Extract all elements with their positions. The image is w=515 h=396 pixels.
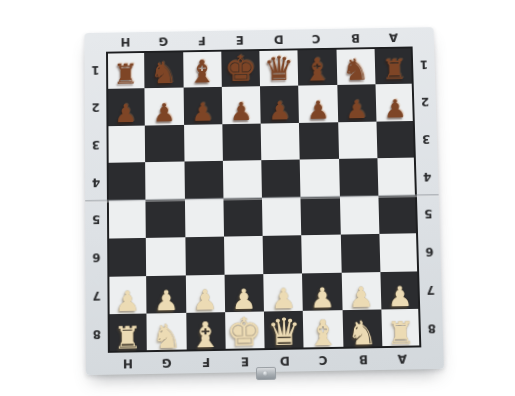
square-e8: ♚	[225, 312, 265, 351]
square-c6	[301, 234, 341, 273]
rank-label-right-8: 8	[420, 309, 443, 348]
chess-board: HGFEDCBA1♜♞♝♚♛♝♞♜12♟♟♟♟♟♟♟♟2334455667♟♟♟…	[84, 27, 443, 375]
square-d6	[263, 235, 303, 274]
file-label-bottom-f: F	[186, 351, 226, 374]
brown-pawn-c2: ♟	[306, 97, 329, 122]
square-a2: ♟	[375, 83, 414, 121]
rank-label-left-5: 5	[85, 201, 107, 239]
light-king-e8: ♚	[227, 312, 263, 352]
rank-label-left-6: 6	[85, 238, 107, 276]
file-label-top-a: A	[374, 28, 413, 48]
square-a3	[376, 120, 416, 158]
square-g4	[145, 162, 184, 200]
square-e3	[222, 123, 261, 161]
brown-pawn-h2: ♟	[114, 100, 137, 125]
board-grid: HGFEDCBA1♜♞♝♚♛♝♞♜12♟♟♟♟♟♟♟♟2334455667♟♟♟…	[84, 27, 443, 375]
light-rook-h8: ♜	[113, 322, 141, 354]
square-e1: ♚	[221, 49, 260, 87]
file-label-bottom-a: A	[382, 347, 422, 370]
rank-label-left-4: 4	[85, 163, 107, 201]
square-f8: ♝	[186, 312, 226, 351]
file-label-bottom-g: G	[147, 351, 186, 374]
photo-background: HGFEDCBA1♜♞♝♚♛♝♞♜12♟♟♟♟♟♟♟♟2334455667♟♟♟…	[0, 0, 515, 396]
square-b7: ♟	[341, 272, 381, 311]
square-a1: ♜	[374, 46, 413, 84]
corner-top-left	[84, 33, 106, 52]
file-label-top-g: G	[144, 31, 182, 51]
brown-pawn-e2: ♟	[230, 98, 253, 123]
file-label-top-e: E	[221, 30, 260, 50]
square-f6	[185, 236, 224, 275]
brown-bishop-c1: ♝	[302, 53, 332, 85]
brown-bishop-f1: ♝	[187, 55, 216, 87]
light-pawn-g7: ♟	[153, 287, 178, 315]
square-e6	[224, 236, 264, 275]
brown-pawn-f2: ♟	[191, 99, 214, 124]
light-pawn-c7: ♟	[309, 284, 335, 312]
square-c2: ♟	[298, 85, 337, 123]
square-e4	[223, 160, 262, 198]
square-a5	[378, 195, 418, 233]
rank-label-right-1: 1	[413, 46, 436, 83]
light-bishop-f8: ♝	[189, 317, 221, 353]
light-bishop-c8: ♝	[307, 315, 340, 351]
square-c4	[300, 159, 340, 197]
light-knight-b8: ♞	[347, 316, 378, 350]
square-g7: ♟	[146, 275, 185, 314]
square-e5	[223, 198, 262, 236]
square-d4	[261, 160, 300, 198]
light-pawn-d7: ♟	[270, 285, 296, 313]
square-h6	[107, 238, 146, 277]
square-c5	[301, 197, 341, 235]
square-f2: ♟	[183, 87, 222, 125]
square-h2: ♟	[106, 88, 145, 126]
rank-label-right-2: 2	[414, 83, 437, 120]
brown-king-e1: ♚	[224, 51, 257, 87]
square-h3	[106, 125, 145, 163]
square-d7: ♟	[263, 273, 303, 312]
rank-label-left-3: 3	[85, 126, 107, 164]
light-pawn-a7: ♟	[387, 283, 413, 311]
square-b4	[339, 158, 379, 196]
light-pawn-f7: ♟	[192, 286, 217, 314]
square-b8: ♞	[342, 310, 382, 349]
rank-label-right-3: 3	[415, 120, 438, 158]
rank-label-right-5: 5	[417, 195, 440, 233]
square-f1: ♝	[183, 50, 222, 88]
file-label-top-f: F	[182, 31, 221, 51]
brown-knight-b1: ♞	[342, 55, 370, 85]
square-h5	[107, 200, 146, 238]
file-label-bottom-b: B	[343, 348, 383, 371]
square-g3	[145, 124, 184, 162]
square-h8: ♜	[108, 314, 147, 353]
square-f3	[184, 124, 223, 162]
file-label-top-c: C	[297, 29, 336, 49]
square-g5	[146, 199, 185, 237]
brown-pawn-a2: ♟	[383, 96, 407, 121]
metal-latch	[256, 367, 276, 380]
square-e7: ♟	[224, 274, 264, 313]
square-c7: ♟	[302, 272, 342, 311]
rank-label-right-6: 6	[418, 233, 441, 271]
brown-rook-a1: ♜	[381, 56, 407, 84]
square-g8: ♞	[147, 313, 187, 352]
file-label-bottom-c: C	[304, 349, 344, 372]
square-h7: ♟	[107, 276, 146, 315]
square-g2: ♟	[145, 87, 184, 125]
brown-pawn-d2: ♟	[268, 98, 291, 123]
corner-top-right	[412, 27, 434, 46]
brown-queen-d1: ♛	[263, 52, 294, 86]
square-d2: ♟	[260, 85, 299, 123]
light-knight-g8: ♞	[151, 320, 181, 354]
rank-label-left-8: 8	[86, 314, 108, 353]
rank-label-left-7: 7	[86, 276, 108, 315]
light-pawn-e7: ♟	[231, 285, 256, 313]
file-label-top-b: B	[336, 28, 375, 48]
square-h1: ♜	[106, 51, 145, 89]
brown-pawn-b2: ♟	[345, 96, 368, 121]
corner-bottom-left	[86, 353, 108, 375]
square-f5	[184, 199, 223, 237]
square-f7: ♟	[185, 274, 225, 313]
light-pawn-b7: ♟	[348, 283, 374, 311]
square-d8: ♛	[264, 311, 304, 350]
light-rook-a8: ♜	[387, 318, 416, 350]
brown-knight-g1: ♞	[150, 58, 177, 88]
file-label-bottom-h: H	[108, 352, 147, 375]
square-d5	[262, 197, 302, 235]
square-b2: ♟	[337, 84, 376, 122]
light-pawn-h7: ♟	[114, 287, 139, 315]
square-b6	[340, 234, 380, 273]
square-g1: ♞	[144, 50, 183, 88]
square-f4	[184, 161, 223, 199]
light-queen-d8: ♛	[267, 313, 302, 351]
square-a8: ♜	[381, 309, 421, 348]
square-e2: ♟	[222, 86, 261, 124]
square-a6	[379, 233, 419, 272]
brown-rook-h1: ♜	[113, 60, 139, 88]
rank-label-right-4: 4	[416, 157, 439, 195]
square-a7: ♟	[380, 271, 420, 310]
square-h4	[107, 162, 146, 200]
rank-label-left-1: 1	[85, 52, 107, 89]
file-label-top-h: H	[106, 32, 144, 52]
square-b5	[339, 196, 379, 234]
square-a4	[377, 158, 417, 196]
rank-label-left-2: 2	[85, 89, 107, 126]
corner-bottom-right	[421, 347, 444, 369]
square-c3	[299, 122, 338, 160]
square-d3	[261, 122, 300, 160]
square-b3	[338, 121, 377, 159]
square-c1: ♝	[298, 48, 337, 86]
square-d1: ♛	[259, 48, 298, 86]
brown-pawn-g2: ♟	[153, 100, 176, 125]
file-label-top-d: D	[259, 29, 298, 49]
square-g6	[146, 237, 185, 276]
rank-label-right-7: 7	[419, 271, 442, 310]
square-c8: ♝	[303, 310, 343, 349]
square-b1: ♞	[336, 47, 375, 85]
